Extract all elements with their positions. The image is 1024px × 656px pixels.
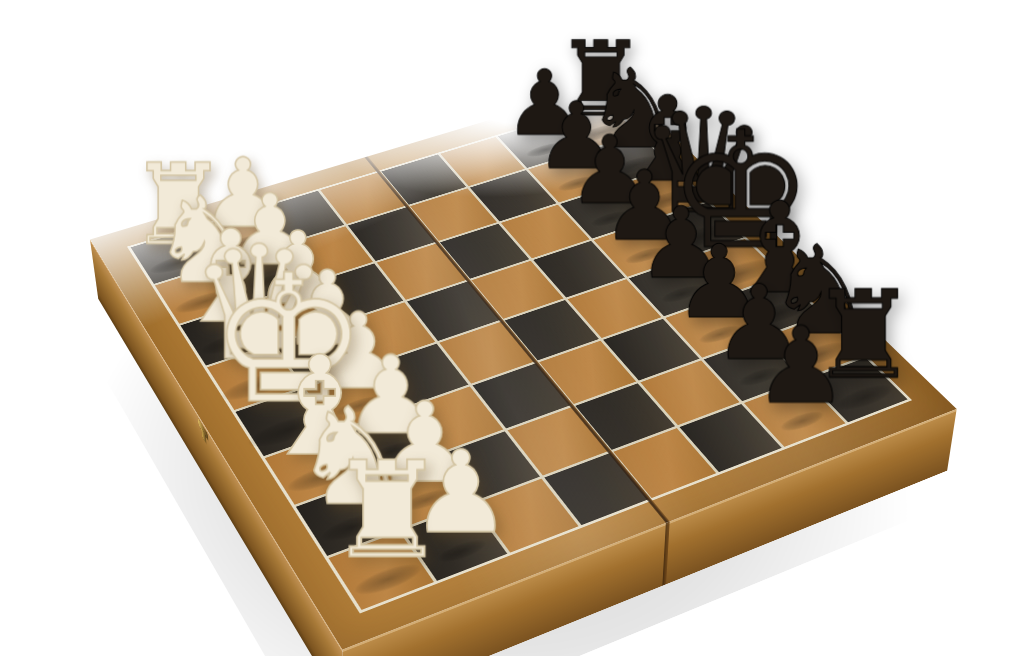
chess-board: ♜♞♝♛♚♝♞♜♟♟♟♟♟♟♟♟♟♟♟♟♟♟♟♟♜♞♝♛♚♝♞♜ [90, 82, 957, 650]
black-pawn-glyph: ♟ [754, 314, 849, 420]
white-rook-glyph: ♜ [327, 444, 447, 578]
photo-stage: ♜♞♝♛♚♝♞♜♟♟♟♟♟♟♟♟♟♟♟♟♟♟♟♟♜♞♝♛♚♝♞♜ [0, 0, 1024, 656]
